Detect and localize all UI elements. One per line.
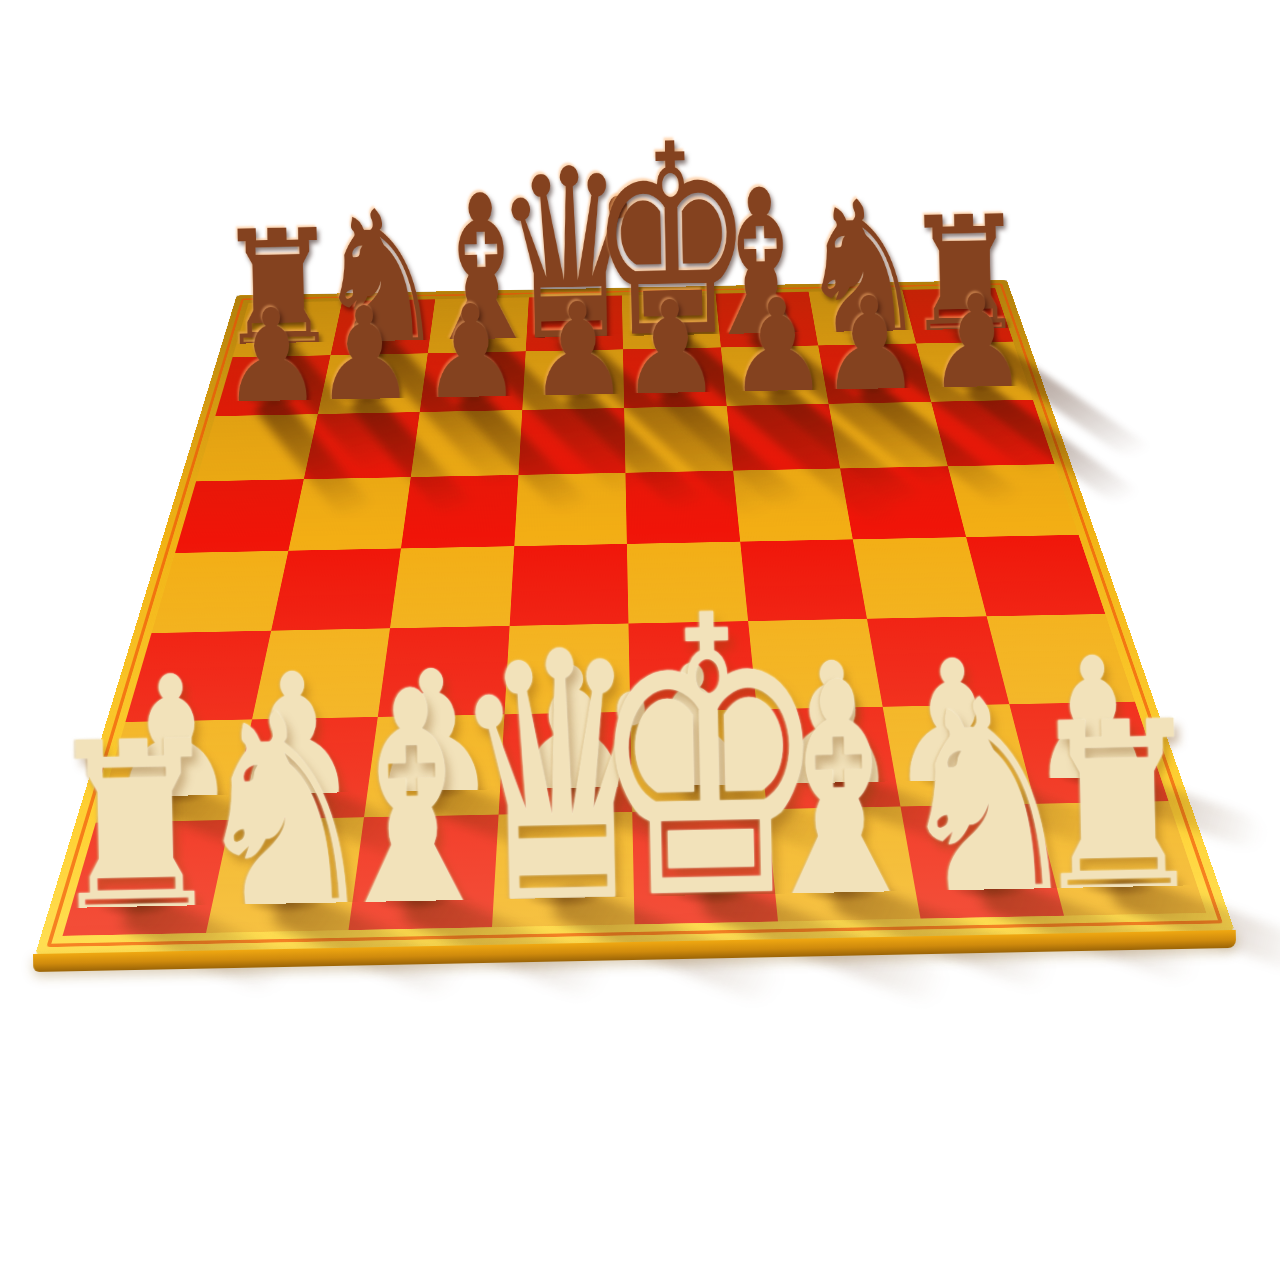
chessboard: ♜♞♝♛♚♝♞♜♟♟♟♟♟♟♟♟♟♟♟♟♟♟♟♟♜♞♝♛♚♝♞♜ [35, 280, 1235, 955]
chess-photo-scene: ♜♞♝♛♚♝♞♜♟♟♟♟♟♟♟♟♟♟♟♟♟♟♟♟♜♞♝♛♚♝♞♜ [0, 0, 1280, 1280]
board-tilt-wrapper: ♜♞♝♛♚♝♞♜♟♟♟♟♟♟♟♟♟♟♟♟♟♟♟♟♜♞♝♛♚♝♞♜ [0, 0, 1280, 1280]
